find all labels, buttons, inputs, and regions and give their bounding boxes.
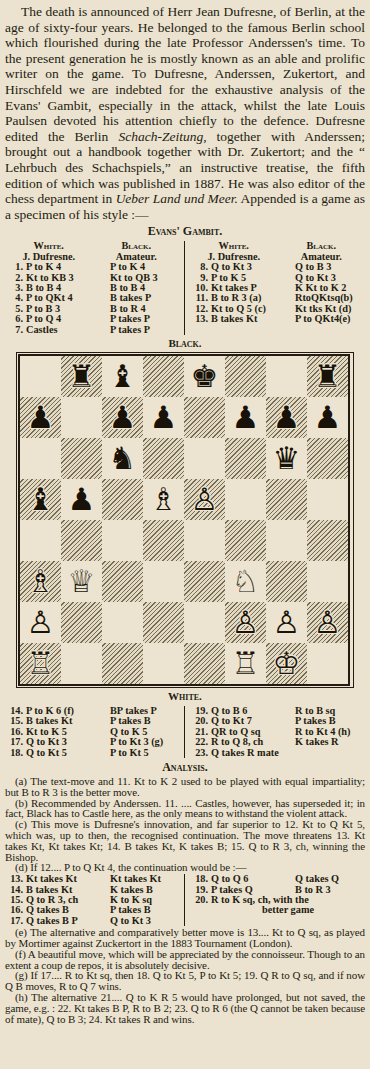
- square-f3: ♘: [225, 561, 266, 602]
- piece-black-pawn: ♟: [61, 479, 102, 520]
- piece-white-bishop: ♗: [143, 479, 184, 520]
- square-e1: [184, 643, 225, 684]
- piece-black-pawn: ♟: [225, 397, 266, 438]
- moves-19-23: 19.Q to B 6R to B sq20.Q to Kt 7P takes …: [184, 706, 365, 758]
- piece-white-king: ♔: [266, 643, 307, 684]
- square-g4: [266, 520, 307, 561]
- chess-board: ♜♝♚♜♟♟♟♟♟♟♞♛♝♟♗♙♗♕♘♙♙♙♙♖♖♔: [18, 354, 350, 686]
- newspaper-column: The death is announced of Herr Jean Dufr…: [0, 0, 370, 1024]
- square-f4: [225, 520, 266, 561]
- square-b5: ♟: [61, 479, 102, 520]
- square-f8: [225, 356, 266, 397]
- note-b: (b) Recommended by Anderssen. 11. .... C…: [5, 798, 365, 820]
- square-h6: [307, 438, 348, 479]
- square-f5: [225, 479, 266, 520]
- square-e7: [184, 397, 225, 438]
- piece-white-knight: ♘: [225, 561, 266, 602]
- square-d2: [143, 602, 184, 643]
- square-e4: [184, 520, 225, 561]
- piece-black-bishop: ♝: [20, 479, 61, 520]
- note-f: (f) A beautiful move, which will be appr…: [5, 949, 365, 971]
- square-d6: [143, 438, 184, 479]
- analysis-heading: Analysis.: [5, 761, 365, 774]
- note-h: (h) The alternative 21.... Q to K R 5 wo…: [5, 992, 365, 1024]
- square-c6: ♞: [102, 438, 143, 479]
- moves-8-13: White. Black. J. Dufresne. Amateur. 8.Q …: [184, 241, 365, 335]
- square-h5: [307, 479, 348, 520]
- square-b7: [61, 397, 102, 438]
- square-h2: ♙: [307, 602, 348, 643]
- square-c2: [102, 602, 143, 643]
- piece-black-pawn: ♟: [307, 397, 348, 438]
- moves1-row-6: 6.P to Q 4P takes P: [5, 314, 180, 324]
- square-b6: [61, 438, 102, 479]
- square-b1: [61, 643, 102, 684]
- square-b8: ♜: [61, 356, 102, 397]
- piece-black-rook: ♜: [61, 356, 102, 397]
- move-rows-14-18: 14.P to K 6 (f)BP takes P15.B takes KtP …: [5, 706, 180, 758]
- square-c4: [102, 520, 143, 561]
- variation-13-17: 13.Kt takes KtKt takes Kt14.B takes KtK …: [5, 874, 184, 926]
- square-a5: ♝: [20, 479, 61, 520]
- square-d1: [143, 643, 184, 684]
- square-d7: ♟: [143, 397, 184, 438]
- note-e: (e) The alternative and comparatively be…: [5, 927, 365, 949]
- piece-black-bishop: ♝: [102, 356, 143, 397]
- square-c7: ♟: [102, 397, 143, 438]
- variation-table: 13.Kt takes KtKt takes Kt14.B takes KtK …: [5, 874, 365, 926]
- moves1-row-1: 1.P to K 4P to K 4: [5, 262, 180, 272]
- piece-white-pawn: ♙: [266, 602, 307, 643]
- square-b3: ♕: [61, 561, 102, 602]
- square-d4: [143, 520, 184, 561]
- square-a1: ♖: [20, 643, 61, 684]
- move-rows-1-7: 1.P to K 4P to K 42.Kt to KB 3Kt to QB 3…: [5, 262, 180, 335]
- moves3-row-5: 18.Q to Kt 5P to Kt 5: [5, 748, 180, 758]
- moves-table-2: 14.P to K 6 (f)BP takes P15.B takes KtP …: [5, 706, 365, 758]
- piece-black-queen: ♛: [266, 438, 307, 479]
- square-d3: [143, 561, 184, 602]
- square-e5: ♙: [184, 479, 225, 520]
- square-c1: [102, 643, 143, 684]
- square-a8: [20, 356, 61, 397]
- square-g8: [266, 356, 307, 397]
- piece-black-pawn: ♟: [102, 397, 143, 438]
- square-f6: [225, 438, 266, 479]
- square-a6: [20, 438, 61, 479]
- piece-white-bishop: ♗: [20, 561, 61, 602]
- board-label-black: Black.: [5, 337, 365, 350]
- piece-black-pawn: ♟: [266, 397, 307, 438]
- analysis-notes: (a) The text-move and 11. Kt to K 2 used…: [5, 776, 365, 1024]
- square-d5: ♗: [143, 479, 184, 520]
- piece-white-rook: ♖: [20, 643, 61, 684]
- square-h3: [307, 561, 348, 602]
- square-f7: ♟: [225, 397, 266, 438]
- square-b4: [61, 520, 102, 561]
- piece-white-rook: ♖: [225, 643, 266, 684]
- square-a7: ♟: [20, 397, 61, 438]
- square-g2: ♙: [266, 602, 307, 643]
- piece-white-pawn: ♙: [225, 602, 266, 643]
- moves2-row-6: 13.B takes KtP to QKt4(e): [190, 314, 365, 324]
- square-b2: [61, 602, 102, 643]
- square-g5: [266, 479, 307, 520]
- piece-black-knight: ♞: [102, 438, 143, 479]
- square-a4: [20, 520, 61, 561]
- moves4-row-5: 23.Q takes R mate: [190, 748, 365, 758]
- piece-black-pawn: ♟: [143, 397, 184, 438]
- move-rows-8-13: 8.Q to Kt 3Q to B 39.P to K 5Q to Kt 310…: [190, 262, 365, 324]
- note-a: (a) The text-move and 11. Kt to K 2 used…: [5, 776, 365, 798]
- piece-white-pawn: ♙: [184, 479, 225, 520]
- moves-14-18: 14.P to K 6 (f)BP takes P15.B takes KtP …: [5, 706, 184, 758]
- piece-white-queen: ♕: [61, 561, 102, 602]
- variation-18-20: 18.Q to Q 6Q takes Q19.P takes QB to R 3…: [184, 874, 365, 926]
- square-a3: ♗: [20, 561, 61, 602]
- square-c5: [102, 479, 143, 520]
- piece-black-rook: ♜: [307, 356, 348, 397]
- square-f2: ♙: [225, 602, 266, 643]
- note-g: (g) If 17.... R to Kt sq, then 18. Q to …: [5, 970, 365, 992]
- square-e6: [184, 438, 225, 479]
- game-heading: Evans' Gambit.: [5, 225, 365, 238]
- moves-table-1: White. Black. J. Dufresne. Amateur. 1.P …: [5, 241, 365, 335]
- square-c3: [102, 561, 143, 602]
- piece-black-pawn: ♟: [20, 397, 61, 438]
- square-d8: [143, 356, 184, 397]
- square-h8: ♜: [307, 356, 348, 397]
- square-h1: [307, 643, 348, 684]
- square-g1: ♔: [266, 643, 307, 684]
- variation-rows-18-20: 18.Q to Q 6Q takes Q19.P takes QB to R 3…: [190, 874, 365, 916]
- piece-black-king: ♚: [184, 356, 225, 397]
- board-label-white: White.: [5, 690, 365, 703]
- variation-rows-13-17: 13.Kt takes KtKt takes Kt14.B takes KtK …: [5, 874, 180, 926]
- note-d: (d) If 12.... P to Q Kt 4, the continuat…: [5, 862, 365, 873]
- piece-white-pawn: ♙: [307, 602, 348, 643]
- piece-white-pawn: ♙: [20, 602, 61, 643]
- square-a2: ♙: [20, 602, 61, 643]
- moves2-row-1: 8.Q to Kt 3Q to B 3: [190, 262, 365, 272]
- moves1-row-7: 7.CastlesP takes P: [5, 325, 180, 335]
- square-h7: ♟: [307, 397, 348, 438]
- square-f1: ♖: [225, 643, 266, 684]
- chess-board-frame: ♜♝♚♜♟♟♟♟♟♟♞♛♝♟♗♙♗♕♘♙♙♙♙♖♖♔: [16, 352, 354, 688]
- square-e3: [184, 561, 225, 602]
- square-g7: ♟: [266, 397, 307, 438]
- square-h4: [307, 520, 348, 561]
- square-c8: ♝: [102, 356, 143, 397]
- variation-left-row-5: 17.Q takes B PQ to Kt 3: [5, 916, 180, 926]
- note-c: (c) This move is Dufresne's innovation, …: [5, 819, 365, 862]
- square-e8: ♚: [184, 356, 225, 397]
- move-rows-19-23: 19.Q to B 6R to B sq20.Q to Kt 7P takes …: [190, 706, 365, 758]
- square-g6: ♛: [266, 438, 307, 479]
- square-g3: [266, 561, 307, 602]
- square-e2: [184, 602, 225, 643]
- intro-paragraph: The death is announced of Herr Jean Dufr…: [5, 4, 365, 222]
- moves-1-7: White. Black. J. Dufresne. Amateur. 1.P …: [5, 241, 184, 335]
- variation-right-row-4: better game: [190, 905, 365, 915]
